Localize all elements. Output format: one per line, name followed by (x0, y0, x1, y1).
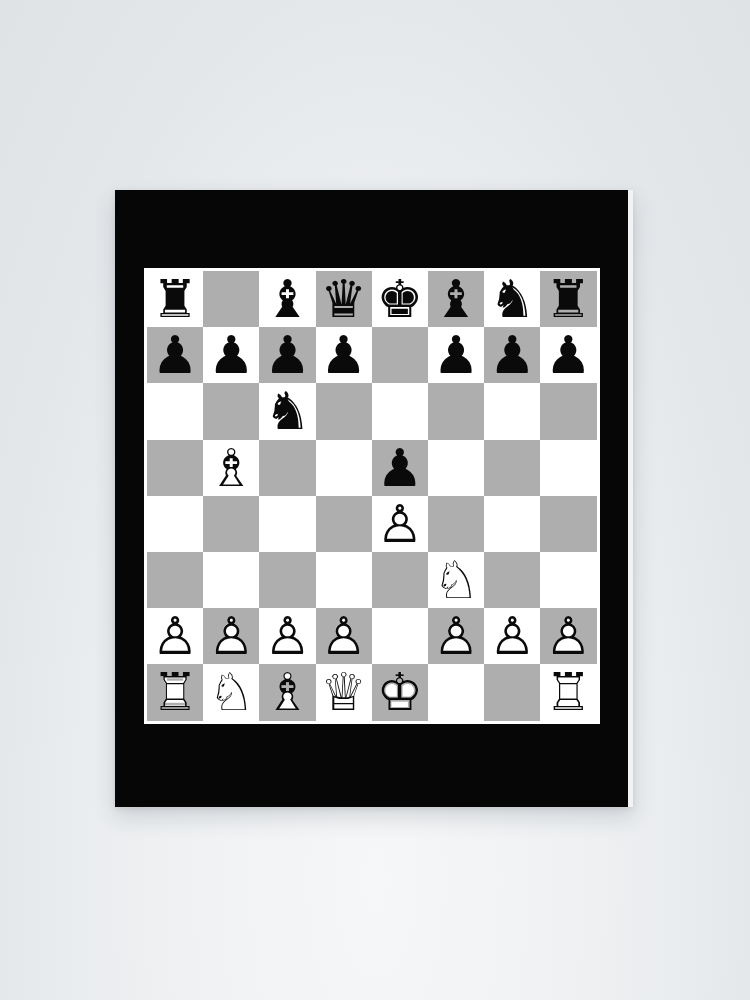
black-knight-piece: ♞ (489, 273, 536, 325)
white-rook-piece: ♖ (152, 666, 199, 718)
board-frame: ♜♝♛♚♝♞♜♟♟♟♟♟♟♟♞♗♟♙♘♙♙♙♙♙♙♙♖♘♗♕♔♖ (144, 268, 600, 724)
white-pawn-piece: ♙ (489, 610, 536, 662)
square-a7: ♟ (147, 327, 203, 383)
white-pawn-piece: ♙ (208, 610, 255, 662)
square-c4 (259, 496, 315, 552)
white-king-piece: ♔ (377, 666, 424, 718)
square-b3 (203, 552, 259, 608)
black-pawn-piece: ♟ (545, 329, 592, 381)
black-pawn-piece: ♟ (320, 329, 367, 381)
black-pawn-piece: ♟ (152, 329, 199, 381)
square-h5 (540, 440, 596, 496)
square-a5 (147, 440, 203, 496)
white-bishop-piece: ♗ (208, 442, 255, 494)
white-queen-piece: ♕ (320, 666, 367, 718)
square-d2: ♙ (316, 608, 372, 664)
square-e4: ♙ (372, 496, 428, 552)
black-queen-piece: ♛ (320, 273, 367, 325)
square-c3 (259, 552, 315, 608)
square-b2: ♙ (203, 608, 259, 664)
square-d3 (316, 552, 372, 608)
square-h7: ♟ (540, 327, 596, 383)
square-h3 (540, 552, 596, 608)
square-c8: ♝ (259, 271, 315, 327)
white-knight-piece: ♘ (208, 666, 255, 718)
square-h2: ♙ (540, 608, 596, 664)
square-d6 (316, 383, 372, 439)
white-pawn-piece: ♙ (433, 610, 480, 662)
white-pawn-piece: ♙ (320, 610, 367, 662)
square-c7: ♟ (259, 327, 315, 383)
square-c5 (259, 440, 315, 496)
black-knight-piece: ♞ (264, 385, 311, 437)
square-b1: ♘ (203, 664, 259, 720)
chess-board: ♜♝♛♚♝♞♜♟♟♟♟♟♟♟♞♗♟♙♘♙♙♙♙♙♙♙♖♘♗♕♔♖ (147, 271, 597, 721)
square-f4 (428, 496, 484, 552)
square-f1 (428, 664, 484, 720)
square-d1: ♕ (316, 664, 372, 720)
black-bishop-piece: ♝ (433, 273, 480, 325)
square-h8: ♜ (540, 271, 596, 327)
square-g7: ♟ (484, 327, 540, 383)
square-a6 (147, 383, 203, 439)
square-g6 (484, 383, 540, 439)
chess-poster: ♜♝♛♚♝♞♜♟♟♟♟♟♟♟♞♗♟♙♘♙♙♙♙♙♙♙♖♘♗♕♔♖ (115, 190, 633, 807)
black-pawn-piece: ♟ (489, 329, 536, 381)
square-d7: ♟ (316, 327, 372, 383)
square-b8 (203, 271, 259, 327)
square-b4 (203, 496, 259, 552)
square-e2 (372, 608, 428, 664)
black-pawn-piece: ♟ (264, 329, 311, 381)
square-f7: ♟ (428, 327, 484, 383)
square-e7 (372, 327, 428, 383)
square-g8: ♞ (484, 271, 540, 327)
square-f8: ♝ (428, 271, 484, 327)
black-bishop-piece: ♝ (264, 273, 311, 325)
square-f6 (428, 383, 484, 439)
square-f5 (428, 440, 484, 496)
square-d4 (316, 496, 372, 552)
black-pawn-piece: ♟ (208, 329, 255, 381)
square-a2: ♙ (147, 608, 203, 664)
square-g3 (484, 552, 540, 608)
black-rook-piece: ♜ (545, 273, 592, 325)
square-b6 (203, 383, 259, 439)
white-rook-piece: ♖ (545, 666, 592, 718)
square-c1: ♗ (259, 664, 315, 720)
square-e5: ♟ (372, 440, 428, 496)
page-background: ♜♝♛♚♝♞♜♟♟♟♟♟♟♟♞♗♟♙♘♙♙♙♙♙♙♙♖♘♗♕♔♖ (0, 0, 750, 1000)
black-king-piece: ♚ (377, 273, 424, 325)
square-c6: ♞ (259, 383, 315, 439)
square-g2: ♙ (484, 608, 540, 664)
square-f2: ♙ (428, 608, 484, 664)
white-pawn-piece: ♙ (152, 610, 199, 662)
square-a1: ♖ (147, 664, 203, 720)
square-g5 (484, 440, 540, 496)
square-d5 (316, 440, 372, 496)
square-h1: ♖ (540, 664, 596, 720)
square-e6 (372, 383, 428, 439)
square-a4 (147, 496, 203, 552)
square-h6 (540, 383, 596, 439)
square-d8: ♛ (316, 271, 372, 327)
black-rook-piece: ♜ (152, 273, 199, 325)
black-pawn-piece: ♟ (377, 442, 424, 494)
square-a3 (147, 552, 203, 608)
square-f3: ♘ (428, 552, 484, 608)
square-g4 (484, 496, 540, 552)
square-h4 (540, 496, 596, 552)
square-g1 (484, 664, 540, 720)
white-bishop-piece: ♗ (264, 666, 311, 718)
square-b7: ♟ (203, 327, 259, 383)
square-e1: ♔ (372, 664, 428, 720)
black-pawn-piece: ♟ (433, 329, 480, 381)
square-e3 (372, 552, 428, 608)
square-e8: ♚ (372, 271, 428, 327)
square-b5: ♗ (203, 440, 259, 496)
white-pawn-piece: ♙ (264, 610, 311, 662)
white-pawn-piece: ♙ (377, 498, 424, 550)
white-pawn-piece: ♙ (545, 610, 592, 662)
square-a8: ♜ (147, 271, 203, 327)
white-knight-piece: ♘ (433, 554, 480, 606)
square-c2: ♙ (259, 608, 315, 664)
